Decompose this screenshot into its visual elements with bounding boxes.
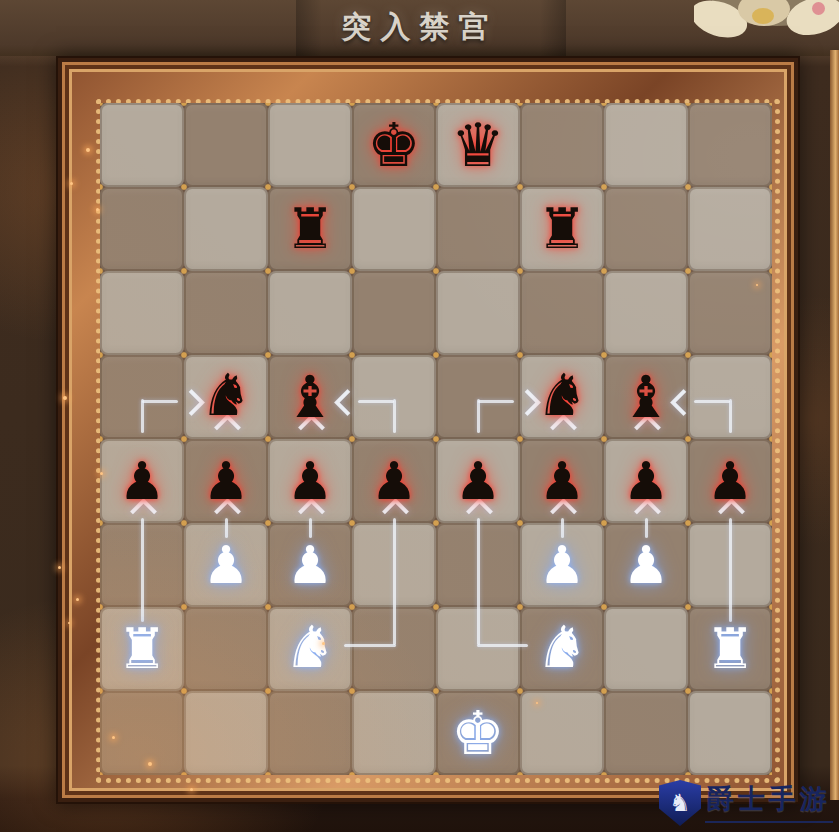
square-f3[interactable]: ♟ (520, 523, 604, 607)
square-g6[interactable] (604, 271, 688, 355)
square-b5[interactable]: ♞ (184, 355, 268, 439)
sparkle (68, 622, 70, 624)
watermark-shield-icon: ♞ (659, 780, 701, 826)
square-c6[interactable] (268, 271, 352, 355)
square-b2[interactable] (184, 607, 268, 691)
sparkle (63, 396, 67, 400)
square-e5[interactable] (436, 355, 520, 439)
square-c2[interactable]: ♞ (268, 607, 352, 691)
square-h6[interactable] (688, 271, 772, 355)
square-f8[interactable] (520, 103, 604, 187)
square-h1[interactable] (688, 691, 772, 775)
square-e4[interactable]: ♟ (436, 439, 520, 523)
sparkle (536, 702, 538, 704)
wall-edge-trim (830, 50, 839, 800)
sparkle (76, 598, 79, 601)
square-e3[interactable] (436, 523, 520, 607)
square-a7[interactable] (100, 187, 184, 271)
piece-black-rook[interactable]: ♜ (537, 201, 587, 257)
square-g8[interactable] (604, 103, 688, 187)
piece-black-knight[interactable]: ♞ (200, 366, 252, 424)
chess-board: ♚♛♜♜♞♝♞♝♟♟♟♟♟♟♟♟♟♟♟♟♜♞♞♜♚ (100, 103, 772, 775)
piece-black-pawn[interactable]: ♟ (455, 455, 502, 507)
piece-black-king[interactable]: ♚ (367, 115, 421, 175)
square-f7[interactable]: ♜ (520, 187, 604, 271)
piece-white-rook[interactable]: ♜ (705, 621, 755, 677)
square-h2[interactable]: ♜ (688, 607, 772, 691)
sparkle (322, 642, 325, 645)
watermark-text: 爵士手游 (707, 784, 831, 814)
square-b6[interactable] (184, 271, 268, 355)
knight-logo-icon: ♞ (669, 791, 691, 815)
piece-white-rook[interactable]: ♜ (117, 621, 167, 677)
sparkle (100, 472, 103, 475)
square-d4[interactable]: ♟ (352, 439, 436, 523)
square-a8[interactable] (100, 103, 184, 187)
square-b3[interactable]: ♟ (184, 523, 268, 607)
square-d5[interactable] (352, 355, 436, 439)
piece-white-pawn[interactable]: ♟ (203, 539, 250, 591)
sparkle (96, 208, 99, 211)
square-c8[interactable] (268, 103, 352, 187)
square-g5[interactable]: ♝ (604, 355, 688, 439)
piece-black-rook[interactable]: ♜ (285, 201, 335, 257)
character-decoration (694, 0, 839, 42)
square-d2[interactable] (352, 607, 436, 691)
square-e7[interactable] (436, 187, 520, 271)
sparkle (70, 182, 73, 185)
square-d6[interactable] (352, 271, 436, 355)
piece-black-pawn[interactable]: ♟ (539, 455, 586, 507)
piece-white-pawn[interactable]: ♟ (539, 539, 586, 591)
piece-black-knight[interactable]: ♞ (536, 366, 588, 424)
sparkle (756, 284, 758, 286)
square-d7[interactable] (352, 187, 436, 271)
square-a4[interactable]: ♟ (100, 439, 184, 523)
piece-black-queen[interactable]: ♛ (451, 115, 505, 175)
square-f2[interactable]: ♞ (520, 607, 604, 691)
square-g2[interactable] (604, 607, 688, 691)
piece-white-pawn[interactable]: ♟ (623, 539, 670, 591)
sparkle (112, 736, 115, 739)
piece-white-knight[interactable]: ♞ (536, 618, 588, 676)
square-a3[interactable] (100, 523, 184, 607)
sparkle (190, 788, 193, 791)
piece-black-pawn[interactable]: ♟ (203, 455, 250, 507)
piece-black-bishop[interactable]: ♝ (284, 368, 336, 426)
square-h5[interactable] (688, 355, 772, 439)
watermark-underline (705, 821, 833, 823)
sparkle (148, 762, 152, 766)
square-a5[interactable] (100, 355, 184, 439)
square-f1[interactable] (520, 691, 604, 775)
square-d1[interactable] (352, 691, 436, 775)
square-c1[interactable] (268, 691, 352, 775)
sparkle (58, 566, 61, 569)
square-a6[interactable] (100, 271, 184, 355)
square-c4[interactable]: ♟ (268, 439, 352, 523)
square-g1[interactable] (604, 691, 688, 775)
square-a1[interactable] (100, 691, 184, 775)
square-e2[interactable] (436, 607, 520, 691)
piece-white-king[interactable]: ♚ (451, 703, 505, 763)
square-c5[interactable]: ♝ (268, 355, 352, 439)
square-b4[interactable]: ♟ (184, 439, 268, 523)
piece-black-pawn[interactable]: ♟ (707, 455, 754, 507)
square-c7[interactable]: ♜ (268, 187, 352, 271)
square-f5[interactable]: ♞ (520, 355, 604, 439)
square-h8[interactable] (688, 103, 772, 187)
square-g4[interactable]: ♟ (604, 439, 688, 523)
square-c3[interactable]: ♟ (268, 523, 352, 607)
square-e8[interactable]: ♛ (436, 103, 520, 187)
piece-black-pawn[interactable]: ♟ (287, 455, 334, 507)
game-screen: 突入禁宫 ♚♛♜♜♞♝♞♝♟♟♟♟♟♟♟♟♟♟♟♟♜♞♞♜♚ ♞ 爵士手游 (0, 0, 839, 832)
piece-black-pawn[interactable]: ♟ (119, 455, 166, 507)
top-banner: 突入禁宫 (0, 0, 839, 56)
sparkle (86, 148, 90, 152)
piece-black-pawn[interactable]: ♟ (623, 455, 670, 507)
square-h4[interactable]: ♟ (688, 439, 772, 523)
square-b7[interactable] (184, 187, 268, 271)
square-h3[interactable] (688, 523, 772, 607)
square-a2[interactable]: ♜ (100, 607, 184, 691)
square-d3[interactable] (352, 523, 436, 607)
square-f4[interactable]: ♟ (520, 439, 604, 523)
piece-white-knight[interactable]: ♞ (284, 618, 336, 676)
square-e1[interactable]: ♚ (436, 691, 520, 775)
square-b1[interactable] (184, 691, 268, 775)
square-g3[interactable]: ♟ (604, 523, 688, 607)
square-d8[interactable]: ♚ (352, 103, 436, 187)
square-b8[interactable] (184, 103, 268, 187)
square-h7[interactable] (688, 187, 772, 271)
square-f6[interactable] (520, 271, 604, 355)
square-g7[interactable] (604, 187, 688, 271)
piece-black-pawn[interactable]: ♟ (371, 455, 418, 507)
square-e6[interactable] (436, 271, 520, 355)
watermark: ♞ 爵士手游 (659, 776, 831, 830)
piece-white-pawn[interactable]: ♟ (287, 539, 334, 591)
piece-black-bishop[interactable]: ♝ (620, 368, 672, 426)
